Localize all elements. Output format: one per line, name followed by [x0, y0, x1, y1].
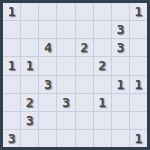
grid-cell[interactable] — [21, 130, 38, 147]
clue-cell: 3 — [39, 76, 56, 93]
clue-cell: 1 — [3, 57, 20, 74]
grid-cell[interactable] — [130, 39, 147, 56]
grid-cell[interactable] — [76, 76, 93, 93]
grid-cell[interactable] — [130, 57, 147, 74]
clue-cell: 2 — [21, 94, 38, 111]
grid-cell[interactable] — [39, 112, 56, 129]
grid-cell[interactable] — [94, 130, 111, 147]
grid-cell[interactable] — [21, 3, 38, 20]
grid-cell[interactable] — [112, 57, 129, 74]
grid-cell[interactable] — [76, 94, 93, 111]
grid-cell[interactable] — [3, 39, 20, 56]
clue-cell: 3 — [57, 94, 74, 111]
grid-cell[interactable] — [3, 76, 20, 93]
grid-cell[interactable] — [21, 21, 38, 38]
grid-cell[interactable] — [76, 130, 93, 147]
grid-cell[interactable] — [57, 3, 74, 20]
clue-cell: 2 — [76, 39, 93, 56]
grid-cell[interactable] — [3, 94, 20, 111]
clue-cell: 2 — [94, 57, 111, 74]
grid-cell[interactable] — [57, 112, 74, 129]
clue-cell: 1 — [130, 130, 147, 147]
grid-cell[interactable] — [39, 94, 56, 111]
grid-cell[interactable] — [130, 94, 147, 111]
grid-cell[interactable] — [57, 57, 74, 74]
grid-cell[interactable] — [39, 57, 56, 74]
grid-cell[interactable] — [130, 112, 147, 129]
clue-cell: 3 — [112, 21, 129, 38]
clue-cell: 1 — [21, 57, 38, 74]
grid-cell[interactable] — [57, 39, 74, 56]
grid-cell[interactable] — [76, 21, 93, 38]
grid-cell[interactable] — [130, 21, 147, 38]
grid-cell[interactable] — [3, 112, 20, 129]
puzzle-board: 113423112311231331 — [0, 0, 150, 150]
clue-cell: 1 — [94, 94, 111, 111]
clue-cell: 1 — [130, 3, 147, 20]
grid-cell[interactable] — [39, 130, 56, 147]
grid-cell[interactable] — [39, 3, 56, 20]
grid-cell[interactable] — [94, 21, 111, 38]
grid-cell[interactable] — [94, 76, 111, 93]
clue-cell: 3 — [112, 39, 129, 56]
grid-cell[interactable] — [76, 112, 93, 129]
grid-cell[interactable] — [112, 130, 129, 147]
clue-cell: 3 — [3, 130, 20, 147]
grid-cell[interactable] — [94, 39, 111, 56]
clue-cell: 4 — [39, 39, 56, 56]
clue-cell: 1 — [130, 76, 147, 93]
grid-cell[interactable] — [3, 21, 20, 38]
grid-cell[interactable] — [39, 21, 56, 38]
grid-cell[interactable] — [57, 130, 74, 147]
grid-cell[interactable] — [21, 76, 38, 93]
grid-cell[interactable] — [21, 39, 38, 56]
grid-cell[interactable] — [76, 3, 93, 20]
grid-cell[interactable] — [76, 57, 93, 74]
clue-cell: 3 — [21, 112, 38, 129]
grid-cell[interactable] — [94, 3, 111, 20]
grid-cell[interactable] — [57, 21, 74, 38]
grid-cell[interactable] — [112, 94, 129, 111]
grid-cell[interactable] — [112, 3, 129, 20]
grid-cell[interactable] — [57, 76, 74, 93]
grid-cell[interactable] — [112, 112, 129, 129]
clue-cell: 1 — [3, 3, 20, 20]
grid-cell[interactable] — [94, 112, 111, 129]
clue-cell: 1 — [112, 76, 129, 93]
